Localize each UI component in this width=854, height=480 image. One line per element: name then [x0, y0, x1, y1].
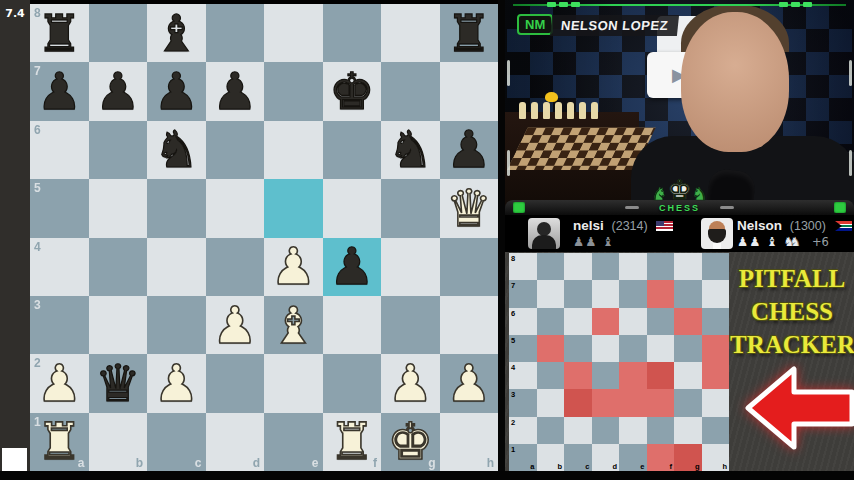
white-player-name: nelsi	[573, 218, 604, 233]
material-advantage: +6	[812, 235, 829, 249]
square-d8[interactable]	[206, 4, 265, 62]
chess-set-pieces	[519, 102, 598, 119]
square-c1[interactable]: c	[147, 413, 206, 471]
chess-board[interactable]: 8♜♝♜7♟♟♟♟♚6♞♞♟5♛4♟♟3♟♝2♟♛♟♟♟1a♜bcdef♜g♚h	[30, 4, 498, 471]
square-a2[interactable]: 2♟	[30, 354, 89, 412]
square-e5[interactable]	[264, 179, 323, 237]
black-player-avatar	[701, 218, 733, 249]
heatmap-square-b5	[537, 335, 565, 362]
heatmap-square-g2	[674, 417, 702, 444]
black-pawn[interactable]: ♟	[89, 62, 148, 120]
pitfall-tracker-section: 87654321abcdefgh PITFALL CHESS TRACKER	[505, 252, 854, 480]
heatmap-square-h2	[702, 417, 730, 444]
heatmap-square-a7: 7	[509, 280, 537, 307]
rank-label: 4	[34, 240, 41, 254]
heatmap-square-h4	[702, 362, 730, 389]
square-a7[interactable]: 7♟	[30, 62, 89, 120]
square-e6[interactable]	[264, 121, 323, 179]
heatmap-square-b8	[537, 253, 565, 280]
square-b1[interactable]: b	[89, 413, 148, 471]
heatmap-square-d6	[592, 308, 620, 335]
promo-title-line2: CHESS	[730, 295, 854, 328]
rank-label: 5	[511, 336, 515, 345]
square-f7[interactable]: ♚	[323, 62, 382, 120]
heatmap-square-f7	[647, 280, 675, 307]
white-pawn[interactable]: ♟	[147, 354, 206, 412]
left-arrow-icon	[744, 364, 854, 452]
square-d3[interactable]: ♟	[206, 296, 265, 354]
black-bishop[interactable]: ♝	[147, 4, 206, 62]
heatmap-square-f2	[647, 417, 675, 444]
rank-label: 6	[34, 123, 41, 137]
heatmap-square-c4	[564, 362, 592, 389]
heatmap-square-a4: 4	[509, 362, 537, 389]
black-pawn[interactable]: ♟	[147, 62, 206, 120]
file-label: h	[487, 456, 494, 470]
heatmap-square-b7	[537, 280, 565, 307]
heatmap-square-b2	[537, 417, 565, 444]
title-badge: NM	[517, 14, 553, 35]
heatmap-square-g7	[674, 280, 702, 307]
black-pawn[interactable]: ♟	[30, 62, 89, 120]
heatmap-square-a5: 5	[509, 335, 537, 362]
file-label: f	[670, 462, 673, 471]
rank-label: 6	[511, 309, 515, 318]
square-h3[interactable]	[440, 296, 499, 354]
square-f3[interactable]	[323, 296, 382, 354]
square-f2[interactable]	[323, 354, 382, 412]
square-e7[interactable]	[264, 62, 323, 120]
heatmap-square-g3	[674, 389, 702, 416]
file-label: h	[722, 462, 727, 471]
evaluation-value: 7.4	[0, 7, 30, 20]
frame-tick-icon	[849, 60, 852, 86]
king-logo-icon: ♚	[667, 176, 691, 203]
heatmap-square-b4	[537, 362, 565, 389]
white-rook[interactable]: ♜	[30, 413, 89, 471]
square-a4[interactable]: 4	[30, 238, 89, 296]
heatmap-square-b1: b	[537, 444, 565, 471]
chess-vibes-logo: ♞ ♚ ♞ CHESS	[635, 176, 725, 213]
promo-title-line1: PITFALL	[730, 262, 854, 295]
white-pawn[interactable]: ♟	[440, 354, 499, 412]
rank-label: 5	[34, 181, 41, 195]
square-e1[interactable]: e	[264, 413, 323, 471]
heatmap-square-b3	[537, 389, 565, 416]
black-queen[interactable]: ♛	[89, 354, 148, 412]
square-c8[interactable]: ♝	[147, 4, 206, 62]
square-c3[interactable]	[147, 296, 206, 354]
file-label: c	[585, 462, 589, 471]
square-c7[interactable]: ♟	[147, 62, 206, 120]
black-rook[interactable]: ♜	[30, 4, 89, 62]
heatmap-square-d3	[592, 389, 620, 416]
heatmap-square-a3: 3	[509, 389, 537, 416]
square-a6[interactable]: 6	[30, 121, 89, 179]
frame-tick-icon	[507, 60, 510, 86]
audio-meter-left	[547, 2, 580, 7]
heatmap-square-e6	[619, 308, 647, 335]
square-g8[interactable]	[381, 4, 440, 62]
black-king[interactable]: ♚	[323, 62, 382, 120]
square-d6[interactable]	[206, 121, 265, 179]
heatmap-square-d5	[592, 335, 620, 362]
square-d4[interactable]	[206, 238, 265, 296]
square-h4[interactable]	[440, 238, 499, 296]
square-a1[interactable]: 1a♜	[30, 413, 89, 471]
heatmap-square-f5	[647, 335, 675, 362]
knight-wing-icon: ♞	[651, 185, 667, 203]
square-h1[interactable]: h	[440, 413, 499, 471]
heatmap-square-c2	[564, 417, 592, 444]
square-e2[interactable]	[264, 354, 323, 412]
white-pawn[interactable]: ♟	[30, 354, 89, 412]
square-e3[interactable]: ♝	[264, 296, 323, 354]
square-b5[interactable]	[89, 179, 148, 237]
white-king[interactable]: ♚	[381, 413, 440, 471]
heatmap-square-e5	[619, 335, 647, 362]
file-label: d	[253, 456, 260, 470]
black-pawn[interactable]: ♟	[206, 62, 265, 120]
rubber-duck	[545, 92, 558, 102]
logo-text: CHESS	[635, 203, 725, 213]
heatmap-square-c7	[564, 280, 592, 307]
white-bishop[interactable]: ♝	[264, 296, 323, 354]
white-pawn[interactable]: ♟	[381, 354, 440, 412]
square-h6[interactable]: ♟	[440, 121, 499, 179]
square-b4[interactable]	[89, 238, 148, 296]
square-g5[interactable]	[381, 179, 440, 237]
white-captured-pieces: ♟♟ ♝	[573, 234, 673, 249]
heatmap-square-e4	[619, 362, 647, 389]
promo-title-line3: TRACKER	[730, 328, 854, 361]
green-badge-icon	[513, 202, 525, 213]
square-d1[interactable]: d	[206, 413, 265, 471]
black-knight[interactable]: ♞	[381, 121, 440, 179]
knight-wing-icon: ♞	[692, 185, 708, 203]
heatmap-square-e7	[619, 280, 647, 307]
file-label: c	[195, 456, 202, 470]
rank-label: 3	[511, 390, 515, 399]
square-e4[interactable]: ♟	[264, 238, 323, 296]
square-f5[interactable]	[323, 179, 382, 237]
heatmap-square-a6: 6	[509, 308, 537, 335]
heatmap-square-a2: 2	[509, 417, 537, 444]
square-g2[interactable]: ♟	[381, 354, 440, 412]
square-c6[interactable]: ♞	[147, 121, 206, 179]
audio-meter-right	[779, 2, 812, 7]
heatmap-square-a1: 1a	[509, 444, 537, 471]
square-f1[interactable]: f♜	[323, 413, 382, 471]
square-h8[interactable]: ♜	[440, 4, 499, 62]
black-rook[interactable]: ♜	[440, 4, 499, 62]
square-f6[interactable]	[323, 121, 382, 179]
heatmap-square-h7	[702, 280, 730, 307]
square-f4[interactable]: ♟	[323, 238, 382, 296]
heatmap-square-c8	[564, 253, 592, 280]
black-pawn[interactable]: ♟	[323, 238, 382, 296]
heatmap-square-b6	[537, 308, 565, 335]
black-captured-pieces: ♟♟ ♝ ♞♞ +6	[737, 234, 852, 249]
heatmap-square-f8	[647, 253, 675, 280]
white-pawn[interactable]: ♟	[206, 296, 265, 354]
heatmap-square-h1: h	[702, 444, 730, 471]
square-a5[interactable]: 5	[30, 179, 89, 237]
heatmap-square-h5	[702, 335, 730, 362]
square-h5[interactable]: ♛	[440, 179, 499, 237]
square-d7[interactable]: ♟	[206, 62, 265, 120]
square-a3[interactable]: 3	[30, 296, 89, 354]
heatmap-square-g6	[674, 308, 702, 335]
black-pawn[interactable]: ♟	[440, 121, 499, 179]
heatmap-square-f3	[647, 389, 675, 416]
heatmap-square-d8	[592, 253, 620, 280]
square-g7[interactable]	[381, 62, 440, 120]
square-c2[interactable]: ♟	[147, 354, 206, 412]
heatmap-square-e8	[619, 253, 647, 280]
heatmap-square-d2	[592, 417, 620, 444]
right-panel: ▶ NM NELSON LOPEZ ♞	[498, 0, 854, 480]
square-f8[interactable]	[323, 4, 382, 62]
heatmap-square-e2	[619, 417, 647, 444]
evaluation-bar: 7.4	[0, 0, 30, 480]
heatmap-square-d1: d	[592, 444, 620, 471]
white-player-avatar	[528, 218, 560, 249]
white-rook[interactable]: ♜	[323, 413, 382, 471]
heatmap-square-h8	[702, 253, 730, 280]
black-knight[interactable]: ♞	[147, 121, 206, 179]
square-a8[interactable]: 8♜	[30, 4, 89, 62]
heatmap-square-h6	[702, 308, 730, 335]
pitfall-heatmap-board: 87654321abcdefgh	[509, 253, 729, 471]
south-africa-flag-icon	[835, 221, 852, 231]
square-b7[interactable]: ♟	[89, 62, 148, 120]
white-player-rating: (2314)	[612, 219, 648, 233]
square-b8[interactable]	[89, 4, 148, 62]
square-g3[interactable]	[381, 296, 440, 354]
square-g6[interactable]: ♞	[381, 121, 440, 179]
heatmap-square-c6	[564, 308, 592, 335]
heatmap-square-g4	[674, 362, 702, 389]
file-label: e	[312, 456, 319, 470]
black-player-info: Nelson (1300) ♟♟ ♝ ♞♞ +6	[737, 218, 852, 249]
square-d5[interactable]	[206, 179, 265, 237]
white-player-info: nelsi (2314) ♟♟ ♝	[573, 218, 673, 249]
streamer-name-label: NELSON LOPEZ	[550, 15, 679, 36]
rank-label: 3	[34, 298, 41, 312]
file-label: b	[136, 456, 143, 470]
file-label: d	[612, 462, 617, 471]
white-pawn[interactable]: ♟	[264, 238, 323, 296]
square-h7[interactable]	[440, 62, 499, 120]
heatmap-square-d4	[592, 362, 620, 389]
square-g1[interactable]: g♚	[381, 413, 440, 471]
frame-tick-icon	[849, 150, 852, 176]
heatmap-square-g5	[674, 335, 702, 362]
heatmap-square-g1: g	[674, 444, 702, 471]
heatmap-square-c1: c	[564, 444, 592, 471]
rank-label: 1	[511, 445, 515, 454]
square-d2[interactable]	[206, 354, 265, 412]
us-flag-icon	[656, 221, 673, 231]
green-badge-icon	[834, 202, 846, 213]
heatmap-square-d7	[592, 280, 620, 307]
bottom-letterbox-bar	[0, 471, 854, 480]
file-label: a	[530, 462, 534, 471]
square-g4[interactable]	[381, 238, 440, 296]
rank-label: 8	[511, 254, 515, 263]
square-c5[interactable]	[147, 179, 206, 237]
heatmap-square-e1: e	[619, 444, 647, 471]
square-c4[interactable]	[147, 238, 206, 296]
heatmap-square-c3	[564, 389, 592, 416]
heatmap-square-c5	[564, 335, 592, 362]
streamer-face	[681, 12, 789, 152]
stream-screenshot: 7.4 8♜♝♜7♟♟♟♟♚6♞♞♟5♛4♟♟3♟♝2♟♛♟♟♟1a♜bcdef…	[0, 0, 854, 480]
promo-column: PITFALL CHESS TRACKER	[730, 252, 854, 480]
square-b3[interactable]	[89, 296, 148, 354]
frame-tick-icon	[507, 150, 510, 176]
file-label: b	[557, 462, 562, 471]
heatmap-square-h3	[702, 389, 730, 416]
white-queen[interactable]: ♛	[440, 179, 499, 237]
rank-label: 7	[511, 281, 515, 290]
square-h2[interactable]: ♟	[440, 354, 499, 412]
rank-label: 2	[511, 418, 515, 427]
file-label: e	[640, 462, 644, 471]
webcam-video: ▶ NM NELSON LOPEZ ♞	[505, 0, 854, 215]
heatmap-square-e3	[619, 389, 647, 416]
heatmap-square-f1: f	[647, 444, 675, 471]
heatmap-square-a8: 8	[509, 253, 537, 280]
heatmap-square-f4	[647, 362, 675, 389]
file-label: g	[695, 462, 700, 471]
heatmap-square-f6	[647, 308, 675, 335]
square-b2[interactable]: ♛	[89, 354, 148, 412]
black-player-name: Nelson	[737, 218, 782, 233]
rank-label: 4	[511, 363, 515, 372]
square-b6[interactable]	[89, 121, 148, 179]
black-player-rating: (1300)	[790, 219, 826, 233]
heatmap-square-g8	[674, 253, 702, 280]
square-e8[interactable]	[264, 4, 323, 62]
players-bar: nelsi (2314) ♟♟ ♝ Nelson (1300) ♟♟ ♝ ♞♞	[505, 215, 854, 252]
